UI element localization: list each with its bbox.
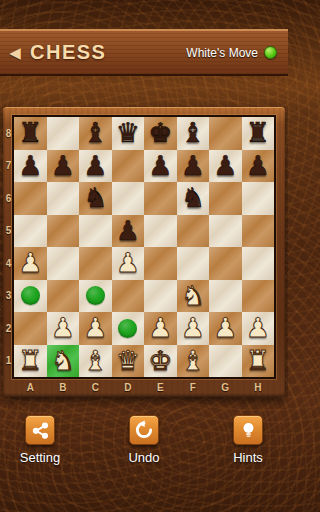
square-c1[interactable]: ♝: [79, 345, 112, 378]
square-c4[interactable]: [79, 247, 112, 280]
square-e5[interactable]: [144, 215, 177, 248]
turn-indicator-dot: [264, 46, 277, 59]
file-label-F: F: [177, 379, 210, 395]
setting-button[interactable]: Setting: [0, 415, 80, 465]
setting-label: Setting: [20, 450, 60, 465]
piece-black-pawn: ♟: [116, 215, 140, 247]
square-a3[interactable]: [14, 280, 47, 313]
square-d8[interactable]: ♛: [112, 117, 145, 150]
piece-white-pawn: ♟: [83, 312, 107, 344]
square-g4[interactable]: [209, 247, 242, 280]
square-e6[interactable]: [144, 182, 177, 215]
square-a8[interactable]: ♜: [14, 117, 47, 150]
square-a1[interactable]: ♜: [14, 345, 47, 378]
square-g5[interactable]: [209, 215, 242, 248]
square-g8[interactable]: [209, 117, 242, 150]
square-d6[interactable]: [112, 182, 145, 215]
square-d4[interactable]: ♟: [112, 247, 145, 280]
square-c8[interactable]: ♝: [79, 117, 112, 150]
square-h3[interactable]: [242, 280, 275, 313]
square-e2[interactable]: ♟: [144, 312, 177, 345]
square-h8[interactable]: ♜: [242, 117, 275, 150]
piece-black-pawn: ♟: [246, 150, 270, 182]
piece-white-queen: ♛: [116, 345, 140, 377]
turn-status-label: White's Move: [186, 46, 258, 60]
piece-black-knight: ♞: [181, 182, 205, 214]
square-c5[interactable]: [79, 215, 112, 248]
square-e1[interactable]: ♚: [144, 345, 177, 378]
square-c2[interactable]: ♟: [79, 312, 112, 345]
square-b3[interactable]: [47, 280, 80, 313]
square-d1[interactable]: ♛: [112, 345, 145, 378]
piece-black-pawn: ♟: [148, 150, 172, 182]
piece-white-knight: ♞: [181, 280, 205, 312]
back-arrow-icon: ◀: [9, 44, 21, 62]
piece-white-pawn: ♟: [116, 247, 140, 279]
square-b4[interactable]: [47, 247, 80, 280]
piece-black-king: ♚: [148, 117, 172, 149]
bulb-icon: [233, 415, 263, 445]
piece-white-king: ♚: [148, 345, 172, 377]
square-a4[interactable]: ♟: [14, 247, 47, 280]
square-a2[interactable]: [14, 312, 47, 345]
square-a6[interactable]: [14, 182, 47, 215]
piece-white-knight: ♞: [51, 345, 75, 377]
legal-move-dot[interactable]: [86, 286, 105, 305]
piece-white-rook: ♜: [246, 345, 270, 377]
square-b6[interactable]: [47, 182, 80, 215]
piece-black-pawn: ♟: [18, 150, 42, 182]
file-label-G: G: [209, 379, 242, 395]
piece-black-pawn: ♟: [213, 150, 237, 182]
legal-move-dot[interactable]: [118, 319, 137, 338]
chess-board: ♜♝♛♚♝♜♟♟♟♟♟♟♟♞♞♟♟♟♞♟♟♟♟♟♟♜♞♝♛♚♝♜: [12, 115, 276, 379]
square-c6[interactable]: ♞: [79, 182, 112, 215]
piece-black-rook: ♜: [18, 117, 42, 149]
square-h5[interactable]: [242, 215, 275, 248]
piece-white-rook: ♜: [18, 345, 42, 377]
piece-black-knight: ♞: [83, 182, 107, 214]
piece-white-pawn: ♟: [181, 312, 205, 344]
square-d2[interactable]: [112, 312, 145, 345]
square-a5[interactable]: [14, 215, 47, 248]
square-f5[interactable]: [177, 215, 210, 248]
bottom-toolbar: Setting Undo Hints: [0, 415, 288, 475]
piece-black-pawn: ♟: [181, 150, 205, 182]
header-bar: ◀ CHESS White's Move: [0, 29, 288, 76]
square-e4[interactable]: [144, 247, 177, 280]
file-label-D: D: [112, 379, 145, 395]
file-label-C: C: [79, 379, 112, 395]
square-h7[interactable]: ♟: [242, 150, 275, 183]
legal-move-dot[interactable]: [21, 286, 40, 305]
chess-board-frame: 87654321 ♜♝♛♚♝♜♟♟♟♟♟♟♟♞♞♟♟♟♞♟♟♟♟♟♟♜♞♝♛♚♝…: [3, 107, 285, 397]
piece-white-pawn: ♟: [213, 312, 237, 344]
piece-white-pawn: ♟: [18, 247, 42, 279]
square-f8[interactable]: ♝: [177, 117, 210, 150]
piece-white-pawn: ♟: [148, 312, 172, 344]
square-b8[interactable]: [47, 117, 80, 150]
piece-white-pawn: ♟: [51, 312, 75, 344]
undo-label: Undo: [128, 450, 159, 465]
piece-black-queen: ♛: [116, 117, 140, 149]
square-f3[interactable]: ♞: [177, 280, 210, 313]
hints-label: Hints: [233, 450, 263, 465]
square-h4[interactable]: [242, 247, 275, 280]
square-c3[interactable]: [79, 280, 112, 313]
file-label-E: E: [144, 379, 177, 395]
square-f6[interactable]: ♞: [177, 182, 210, 215]
square-b1[interactable]: ♞: [47, 345, 80, 378]
square-f7[interactable]: ♟: [177, 150, 210, 183]
square-d7[interactable]: [112, 150, 145, 183]
piece-black-bishop: ♝: [181, 117, 205, 149]
square-f2[interactable]: ♟: [177, 312, 210, 345]
square-f1[interactable]: ♝: [177, 345, 210, 378]
file-label-A: A: [14, 379, 47, 395]
share-icon: [25, 415, 55, 445]
square-g6[interactable]: [209, 182, 242, 215]
piece-white-bishop: ♝: [181, 345, 205, 377]
undo-icon: [129, 415, 159, 445]
undo-button[interactable]: Undo: [104, 415, 184, 465]
square-b7[interactable]: ♟: [47, 150, 80, 183]
piece-white-pawn: ♟: [246, 312, 270, 344]
square-a7[interactable]: ♟: [14, 150, 47, 183]
square-b2[interactable]: ♟: [47, 312, 80, 345]
square-g2[interactable]: ♟: [209, 312, 242, 345]
turn-status: White's Move: [186, 46, 288, 60]
file-labels: ABCDEFGH: [14, 379, 274, 395]
square-d3[interactable]: [112, 280, 145, 313]
piece-black-pawn: ♟: [83, 150, 107, 182]
square-c7[interactable]: ♟: [79, 150, 112, 183]
square-h1[interactable]: ♜: [242, 345, 275, 378]
file-label-B: B: [47, 379, 80, 395]
square-g7[interactable]: ♟: [209, 150, 242, 183]
piece-white-bishop: ♝: [83, 345, 107, 377]
page-title: CHESS: [30, 41, 106, 64]
piece-black-pawn: ♟: [51, 150, 75, 182]
square-e7[interactable]: ♟: [144, 150, 177, 183]
piece-black-rook: ♜: [246, 117, 270, 149]
square-h2[interactable]: ♟: [242, 312, 275, 345]
file-label-H: H: [242, 379, 275, 395]
square-g1[interactable]: [209, 345, 242, 378]
square-e3[interactable]: [144, 280, 177, 313]
square-e8[interactable]: ♚: [144, 117, 177, 150]
piece-black-bishop: ♝: [83, 117, 107, 149]
hints-button[interactable]: Hints: [208, 415, 288, 465]
square-d5[interactable]: ♟: [112, 215, 145, 248]
square-h6[interactable]: [242, 182, 275, 215]
square-b5[interactable]: [47, 215, 80, 248]
square-f4[interactable]: [177, 247, 210, 280]
back-button[interactable]: ◀: [0, 31, 30, 74]
square-g3[interactable]: [209, 280, 242, 313]
